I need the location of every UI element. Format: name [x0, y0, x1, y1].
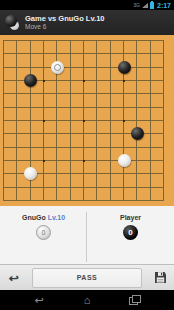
board-grid	[3, 40, 164, 201]
recent-apps-icon	[129, 295, 141, 305]
hoshi-point	[43, 80, 45, 82]
battery-icon	[150, 2, 154, 9]
hoshi-point	[123, 80, 125, 82]
android-navbar: ↩ ⌂	[0, 290, 174, 310]
move-counter: Move 6	[25, 23, 104, 31]
player-name: Player	[120, 214, 141, 221]
stone-black-K11	[118, 61, 131, 74]
hoshi-point	[83, 120, 85, 122]
stone-white-E11	[51, 61, 64, 74]
last-move-marker	[54, 64, 61, 71]
signal-icon	[142, 3, 148, 8]
undo-icon: ↩	[9, 272, 19, 283]
stone-white-C3	[24, 167, 37, 180]
stone-white-K4	[118, 154, 131, 167]
hoshi-point	[43, 160, 45, 162]
opponent-level: Lv.10	[48, 214, 65, 221]
opponent-name: GnuGo Lv.10	[22, 214, 65, 221]
hoshi-point	[83, 160, 85, 162]
panel-divider	[86, 212, 87, 262]
app-icon	[5, 15, 20, 30]
player-info: Player 0	[87, 206, 174, 264]
status-clock: 2:17	[157, 2, 171, 9]
bottom-toolbar: ↩ PASS	[0, 264, 174, 290]
go-board[interactable]	[0, 35, 174, 206]
hoshi-point	[123, 120, 125, 122]
pass-button[interactable]: PASS	[32, 268, 142, 288]
home-icon: ⌂	[84, 295, 91, 306]
hoshi-point	[43, 120, 45, 122]
opponent-info: GnuGo Lv.10 0	[0, 206, 87, 264]
stone-black-L6	[131, 127, 144, 140]
network-type-label: 3G	[133, 3, 140, 8]
action-bar: Game vs GnuGo Lv.10 Move 6	[0, 10, 174, 35]
save-button[interactable]	[146, 265, 174, 291]
black-stone-icon	[5, 15, 17, 27]
stone-black-C10	[24, 74, 37, 87]
nav-home-button[interactable]: ⌂	[78, 292, 96, 308]
hoshi-point	[83, 80, 85, 82]
undo-button[interactable]: ↩	[0, 265, 28, 291]
opponent-capture-count: 0	[36, 225, 51, 240]
nav-recents-button[interactable]	[126, 292, 144, 308]
app-screen: 3G 2:17 Game vs GnuGo Lv.10 Move 6 GnuGo…	[0, 0, 174, 310]
player-capture-count: 0	[123, 225, 138, 240]
capture-panel: GnuGo Lv.10 0 Player 0	[0, 206, 174, 264]
page-title: Game vs GnuGo Lv.10	[25, 14, 104, 23]
save-icon	[154, 271, 167, 284]
status-bar: 3G 2:17	[0, 0, 174, 10]
nav-back-button[interactable]: ↩	[30, 292, 48, 308]
back-icon: ↩	[34, 295, 43, 306]
